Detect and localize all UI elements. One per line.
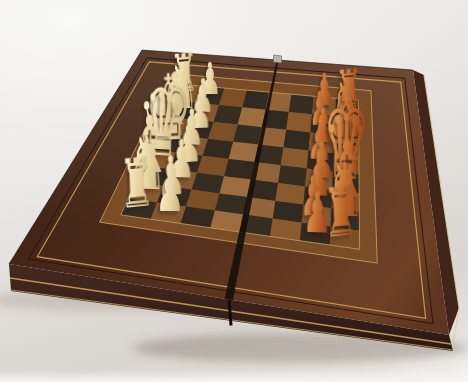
piece-white-pawn-a2: ♟ [155,166,184,218]
photo-folding-chess-board: ♜♟♟♜♞♟♟♞♝♟♟♝♚♟♟♚♛♟♟♛♝♟♟♝♞♟♟♞♜♟♟♜ [0,0,468,382]
piece-red-rook-a8: ♜ [323,180,360,246]
piece-white-rook-a1: ♜ [118,151,155,217]
pieces-layer: ♜♟♟♜♞♟♟♞♝♟♟♝♚♟♟♚♛♟♟♛♝♟♟♝♞♟♟♞♜♟♟♜ [0,0,468,382]
